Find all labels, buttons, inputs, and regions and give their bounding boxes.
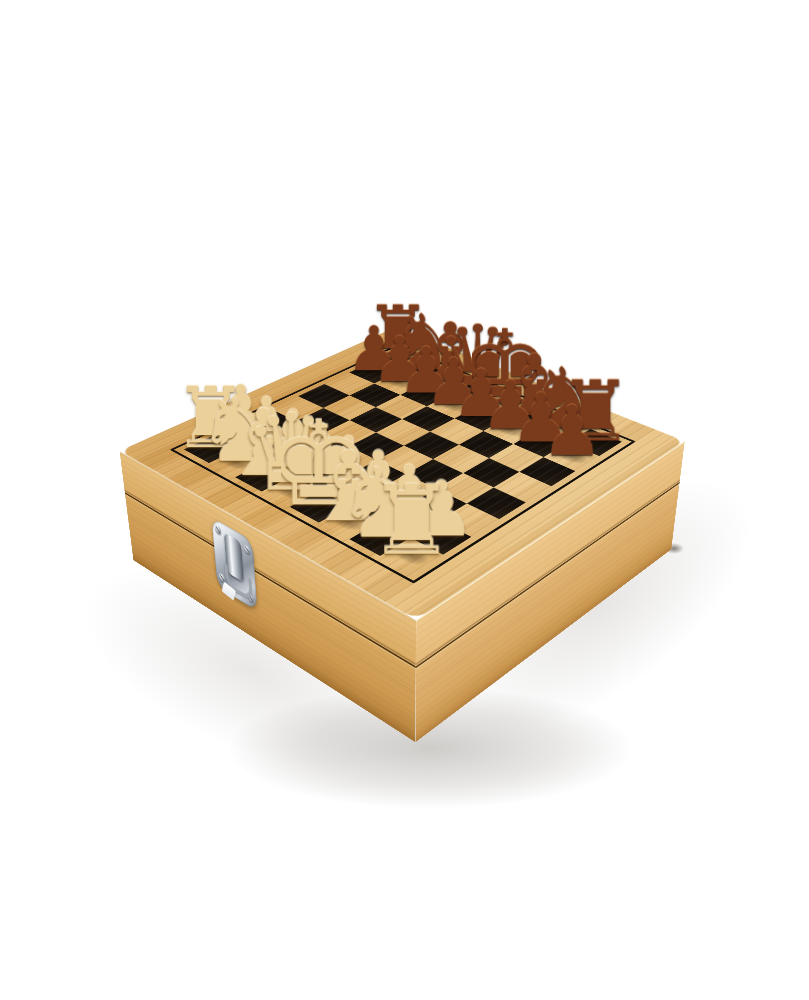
product-photo-canvas: ♜♞♝♛♚♝♞♜♟♟♟♟♟♟♟♟♟♟♟♟♟♟♟♟♜♞♝♛♚♝♞♜ <box>0 0 809 1000</box>
latch <box>211 517 257 611</box>
white-pawn-a2: ♟ <box>206 379 275 434</box>
bamboo-box: ♜♞♝♛♚♝♞♜♟♟♟♟♟♟♟♟♟♟♟♟♟♟♟♟♜♞♝♛♚♝♞♜ <box>119 327 684 620</box>
square-g6 <box>489 444 545 472</box>
